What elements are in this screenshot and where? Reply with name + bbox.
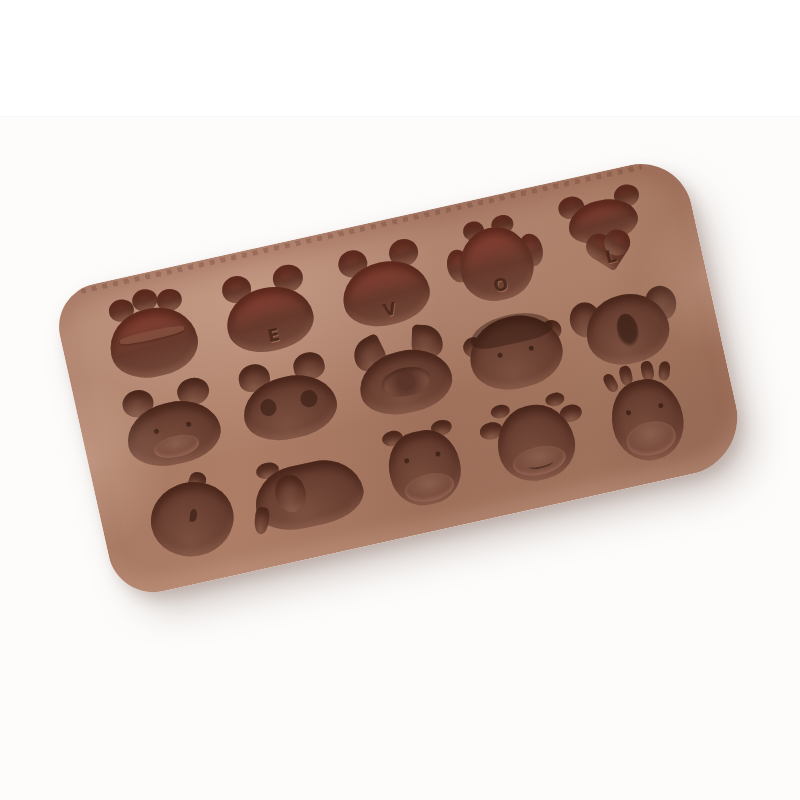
cavity-bear-letter-v: V [328, 233, 441, 336]
cavity-cow-head [364, 412, 484, 517]
cavity-calf-head [475, 388, 595, 493]
cavity-elephant [242, 441, 374, 541]
cavity-bear-heart-letter-l: L [550, 184, 663, 287]
antler [601, 372, 620, 394]
silicone-chocolate-mold: E V O [51, 154, 749, 601]
backdrop-seam [0, 0, 800, 117]
elephant-trunk [253, 507, 270, 536]
product-photo: E V O [0, 0, 800, 800]
antler [658, 361, 671, 381]
cavity-panda-face [228, 346, 348, 451]
cavity-bear-letter-e: E [212, 259, 325, 362]
cavity-girl-face [455, 296, 575, 401]
cavity-puppy-letter-o: O [439, 208, 552, 311]
cavity-animal-with-cap [96, 284, 209, 387]
cavity-koala-face [566, 271, 686, 376]
right-eye [658, 402, 664, 408]
cavity-fox-face [344, 320, 464, 425]
cavity-chick [138, 465, 246, 567]
cavity-deer-head [585, 358, 707, 472]
cavity-grid: E V O [51, 154, 749, 601]
cavity-bear-face [112, 372, 232, 477]
